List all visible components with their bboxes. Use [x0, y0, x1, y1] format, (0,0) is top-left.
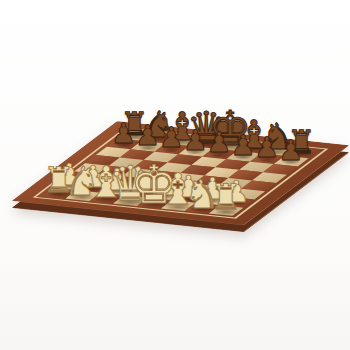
board-inner-frame — [36, 129, 325, 218]
chessboard-scene — [0, 0, 350, 350]
product-photo-stage: ♜♞♝♛♚♝♞♜♟♟♟♟♟♟♟♟♟♟♟♟♟♟♟♟♜♞♝♛♚♝♞♜ — [0, 0, 350, 350]
board-inlay-line — [33, 128, 329, 219]
